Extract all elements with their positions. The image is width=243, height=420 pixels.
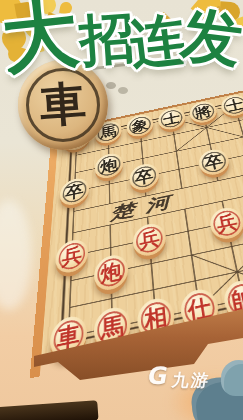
9game-logo: G 九游 [148,364,210,392]
title-char-4: 发 [179,4,243,71]
piece-glyph: 士 [162,109,181,129]
page-title: 大 招 连 发 [0,0,243,86]
river-text-left: 楚河 [108,190,181,224]
piece-glyph: 兵 [61,241,82,272]
piece-glyph: 卒 [65,179,84,204]
piece-glyph: 士 [224,95,243,115]
title-char-1: 大 [0,0,82,78]
dark-branch [0,400,99,420]
rock-small [221,360,243,396]
piece-glyph: 將 [193,102,213,122]
piece-glyph: 炮 [101,256,122,289]
piece-glyph: 卒 [203,150,225,174]
piece-glyph: 兵 [214,209,239,238]
smoke-wisp [0,200,32,310]
piece-glyph: 炮 [100,154,118,177]
piece-glyph: 卒 [134,165,154,190]
promo-screen: 楚河 漢界 車馬象士將士象馬車炮炮卒卒卒卒卒兵兵兵兵兵炮炮車馬相仕帥仕相馬車 車… [0,0,243,420]
logo-g-mark: G [146,364,170,388]
logo-text: 九游 [170,369,211,392]
piece-glyph: 象 [131,115,149,136]
piece-glyph: 兵 [138,225,160,255]
